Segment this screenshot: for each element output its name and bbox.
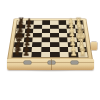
board-square[interactable] bbox=[41, 33, 50, 37]
board-square[interactable] bbox=[31, 52, 41, 57]
white-rook-piece[interactable]: ♜ bbox=[79, 49, 87, 58]
board-square[interactable] bbox=[50, 52, 59, 57]
clasp bbox=[91, 42, 97, 50]
hinge bbox=[24, 61, 31, 64]
chess-set-photo: ♜♟♟♜♞♟♟♞♝♟♟♝♛♟♟♛♚♟♟♚♝♟♟♝♞♟♟♞♜♟♟♜ bbox=[0, 0, 100, 100]
rim-seam bbox=[51, 59, 52, 70]
hinge bbox=[71, 61, 78, 64]
chess-board: ♜♟♟♜♞♟♟♞♝♟♟♝♛♟♟♛♚♟♟♚♝♟♟♝♞♟♟♞♜♟♟♜ bbox=[7, 18, 93, 60]
front-rim bbox=[7, 59, 94, 70]
board-square[interactable] bbox=[50, 33, 59, 37]
board-grid: ♜♟♟♜♞♟♟♞♝♟♟♝♛♟♟♛♚♟♟♚♝♟♟♝♞♟♟♞♜♟♟♜ bbox=[12, 20, 87, 57]
white-pawn-piece[interactable]: ♟ bbox=[70, 50, 77, 58]
board-square[interactable]: ♜ bbox=[78, 52, 88, 57]
board-square[interactable] bbox=[59, 52, 69, 57]
board-square[interactable] bbox=[33, 33, 42, 37]
board-square[interactable]: ♟ bbox=[68, 52, 78, 57]
board-square[interactable]: ♜ bbox=[12, 52, 22, 57]
black-rook-piece[interactable]: ♜ bbox=[13, 49, 21, 58]
board-square[interactable] bbox=[59, 33, 68, 37]
board-square[interactable] bbox=[41, 52, 50, 57]
board-rim: ♜♟♟♜♞♟♟♞♝♟♟♝♛♟♟♛♚♟♟♚♝♟♟♝♞♟♟♞♜♟♟♜ bbox=[7, 18, 93, 60]
black-pawn-piece[interactable]: ♟ bbox=[23, 50, 30, 58]
